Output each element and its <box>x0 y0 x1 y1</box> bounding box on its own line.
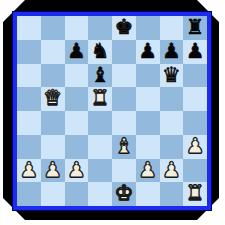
square-g4[interactable] <box>160 111 184 135</box>
square-f6[interactable] <box>136 64 160 88</box>
square-f8[interactable] <box>136 16 160 40</box>
square-e2[interactable] <box>112 159 136 183</box>
piece-white-pawn[interactable]: ♟ <box>186 135 205 159</box>
square-d6[interactable]: ♝ <box>88 64 112 88</box>
piece-white-queen[interactable]: ♛ <box>43 87 62 111</box>
piece-white-rook[interactable]: ♜ <box>186 182 205 206</box>
square-h3[interactable]: ♟ <box>183 135 207 159</box>
square-f7[interactable]: ♟ <box>136 40 160 64</box>
board-grid: ♚♜♟♞♟♟♟♝♛♛♜♝♟♟♟♟♟♟♚♜ <box>17 16 207 206</box>
piece-black-pawn[interactable]: ♟ <box>138 40 157 64</box>
square-c6[interactable] <box>65 64 89 88</box>
square-e7[interactable] <box>112 40 136 64</box>
piece-white-pawn[interactable]: ♟ <box>162 159 181 183</box>
piece-black-knight[interactable]: ♞ <box>91 40 110 64</box>
square-g6[interactable]: ♛ <box>160 64 184 88</box>
square-a3[interactable] <box>17 135 41 159</box>
square-e8[interactable]: ♚ <box>112 16 136 40</box>
square-a5[interactable] <box>17 87 41 111</box>
square-d2[interactable] <box>88 159 112 183</box>
square-f2[interactable]: ♟ <box>136 159 160 183</box>
square-h6[interactable] <box>183 64 207 88</box>
square-b3[interactable] <box>41 135 65 159</box>
square-h8[interactable]: ♜ <box>183 16 207 40</box>
chessboard-widget: ♚♜♟♞♟♟♟♝♛♛♜♝♟♟♟♟♟♟♚♜ <box>0 0 225 225</box>
piece-white-pawn[interactable]: ♟ <box>19 159 38 183</box>
square-a1[interactable] <box>17 182 41 206</box>
square-g2[interactable]: ♟ <box>160 159 184 183</box>
square-f3[interactable] <box>136 135 160 159</box>
piece-white-pawn[interactable]: ♟ <box>43 159 62 183</box>
square-c4[interactable] <box>65 111 89 135</box>
piece-white-rook[interactable]: ♜ <box>91 87 110 111</box>
square-f4[interactable] <box>136 111 160 135</box>
square-b7[interactable] <box>41 40 65 64</box>
square-g5[interactable] <box>160 87 184 111</box>
square-e6[interactable] <box>112 64 136 88</box>
square-f1[interactable] <box>136 182 160 206</box>
square-d4[interactable] <box>88 111 112 135</box>
square-e4[interactable] <box>112 111 136 135</box>
piece-black-pawn[interactable]: ♟ <box>162 40 181 64</box>
piece-white-pawn[interactable]: ♟ <box>138 159 157 183</box>
square-c7[interactable]: ♟ <box>65 40 89 64</box>
square-d5[interactable]: ♜ <box>88 87 112 111</box>
square-c5[interactable] <box>65 87 89 111</box>
piece-black-rook[interactable]: ♜ <box>186 16 205 40</box>
square-b6[interactable] <box>41 64 65 88</box>
square-g7[interactable]: ♟ <box>160 40 184 64</box>
square-e5[interactable] <box>112 87 136 111</box>
piece-white-bishop[interactable]: ♝ <box>114 135 133 159</box>
piece-black-pawn[interactable]: ♟ <box>186 40 205 64</box>
piece-black-king[interactable]: ♚ <box>114 16 133 40</box>
square-h5[interactable] <box>183 87 207 111</box>
square-g1[interactable] <box>160 182 184 206</box>
square-d3[interactable] <box>88 135 112 159</box>
square-a4[interactable] <box>17 111 41 135</box>
piece-black-bishop[interactable]: ♝ <box>91 64 110 88</box>
square-a6[interactable] <box>17 64 41 88</box>
square-b1[interactable] <box>41 182 65 206</box>
square-d8[interactable] <box>88 16 112 40</box>
square-a8[interactable] <box>17 16 41 40</box>
square-e3[interactable]: ♝ <box>112 135 136 159</box>
square-c8[interactable] <box>65 16 89 40</box>
piece-white-king[interactable]: ♚ <box>114 182 133 206</box>
square-d7[interactable]: ♞ <box>88 40 112 64</box>
square-a2[interactable]: ♟ <box>17 159 41 183</box>
square-h4[interactable] <box>183 111 207 135</box>
square-d1[interactable] <box>88 182 112 206</box>
square-g8[interactable] <box>160 16 184 40</box>
square-g3[interactable] <box>160 135 184 159</box>
square-e1[interactable]: ♚ <box>112 182 136 206</box>
square-f5[interactable] <box>136 87 160 111</box>
square-c1[interactable] <box>65 182 89 206</box>
square-h2[interactable] <box>183 159 207 183</box>
square-c2[interactable]: ♟ <box>65 159 89 183</box>
square-h1[interactable]: ♜ <box>183 182 207 206</box>
piece-white-pawn[interactable]: ♟ <box>67 159 86 183</box>
square-b5[interactable]: ♛ <box>41 87 65 111</box>
square-h7[interactable]: ♟ <box>183 40 207 64</box>
square-b4[interactable] <box>41 111 65 135</box>
chess-board[interactable]: ♚♜♟♞♟♟♟♝♛♛♜♝♟♟♟♟♟♟♚♜ <box>13 12 211 210</box>
piece-black-pawn[interactable]: ♟ <box>67 40 86 64</box>
piece-black-queen[interactable]: ♛ <box>162 64 181 88</box>
square-a7[interactable] <box>17 40 41 64</box>
square-c3[interactable] <box>65 135 89 159</box>
square-b2[interactable]: ♟ <box>41 159 65 183</box>
square-b8[interactable] <box>41 16 65 40</box>
